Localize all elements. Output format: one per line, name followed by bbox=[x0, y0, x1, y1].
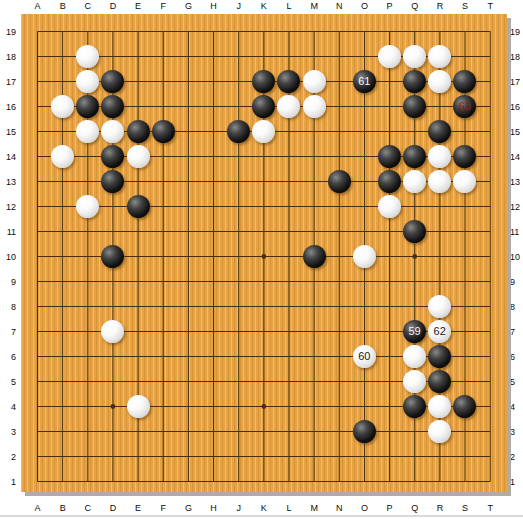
coordinate-label-left-15: 15 bbox=[0, 127, 16, 137]
move-number-label-61: 61 bbox=[353, 70, 376, 93]
stone-black-D17 bbox=[101, 70, 124, 93]
stone-black-Q17 bbox=[403, 70, 426, 93]
coordinate-label-right-14: 14 bbox=[510, 152, 523, 162]
coordinate-label-top-Q: Q bbox=[411, 0, 418, 12]
stone-black-N13 bbox=[328, 170, 351, 193]
stone-white-Q5 bbox=[403, 370, 426, 393]
stone-white-E4 bbox=[127, 395, 150, 418]
coordinate-label-right-12: 12 bbox=[510, 202, 523, 212]
stone-black-J15 bbox=[227, 120, 250, 143]
coordinate-label-top-K: K bbox=[261, 0, 267, 12]
stone-black-Q7: 59 bbox=[403, 320, 426, 343]
coordinate-label-bottom-J: J bbox=[236, 502, 241, 514]
coordinate-label-right-5: 5 bbox=[510, 377, 523, 387]
coordinate-label-bottom-K: K bbox=[261, 502, 267, 514]
move-number-label-59: 59 bbox=[403, 320, 426, 343]
coordinate-label-right-9: 9 bbox=[510, 277, 523, 287]
coordinate-label-bottom-N: N bbox=[336, 502, 343, 514]
coordinate-label-left-6: 6 bbox=[0, 352, 16, 362]
stone-black-D14 bbox=[101, 145, 124, 168]
coordinate-label-bottom-A: A bbox=[34, 502, 40, 514]
move-number-label-63: 63 bbox=[453, 95, 476, 118]
coordinate-label-left-11: 11 bbox=[0, 227, 16, 237]
coordinate-label-bottom-D: D bbox=[110, 502, 117, 514]
stone-white-K15 bbox=[252, 120, 275, 143]
coordinate-label-bottom-L: L bbox=[286, 502, 291, 514]
coordinate-label-left-5: 5 bbox=[0, 377, 16, 387]
coordinate-label-right-15: 15 bbox=[510, 127, 523, 137]
coordinate-label-left-3: 3 bbox=[0, 427, 16, 437]
coordinate-label-left-16: 16 bbox=[0, 102, 16, 112]
coordinate-label-top-D: D bbox=[110, 0, 117, 12]
stone-white-R13 bbox=[428, 170, 451, 193]
coordinate-label-top-M: M bbox=[310, 0, 318, 12]
stone-white-C15 bbox=[76, 120, 99, 143]
coordinate-label-left-1: 1 bbox=[0, 477, 16, 487]
coordinate-label-left-14: 14 bbox=[0, 152, 16, 162]
stone-black-L17 bbox=[277, 70, 300, 93]
coordinate-label-top-S: S bbox=[462, 0, 468, 12]
coordinate-label-left-7: 7 bbox=[0, 327, 16, 337]
stone-black-R15 bbox=[428, 120, 451, 143]
coordinate-label-right-18: 18 bbox=[510, 52, 523, 62]
coordinate-label-top-J: J bbox=[236, 0, 241, 12]
stone-white-L16 bbox=[277, 95, 300, 118]
coordinate-label-left-17: 17 bbox=[0, 77, 16, 87]
stone-white-M17 bbox=[303, 70, 326, 93]
stone-white-B16 bbox=[51, 95, 74, 118]
coordinate-label-bottom-S: S bbox=[462, 502, 468, 514]
coordinate-label-top-T: T bbox=[487, 0, 493, 12]
stone-black-C16 bbox=[76, 95, 99, 118]
coordinate-label-top-C: C bbox=[85, 0, 92, 12]
stone-white-R14 bbox=[428, 145, 451, 168]
stone-black-E15 bbox=[127, 120, 150, 143]
coordinate-label-left-12: 12 bbox=[0, 202, 16, 212]
move-number-label-62: 62 bbox=[428, 320, 451, 343]
coordinate-label-right-2: 2 bbox=[510, 452, 523, 462]
stone-black-R6 bbox=[428, 345, 451, 368]
coordinate-label-right-1: 1 bbox=[510, 477, 523, 487]
coordinate-label-top-O: O bbox=[361, 0, 368, 12]
coordinate-label-top-G: G bbox=[185, 0, 192, 12]
go-board-page: ABCDEFGHJKLMNOPQRST ABCDEFGHJKLMNOPQRST … bbox=[0, 0, 523, 519]
coordinate-label-right-3: 3 bbox=[510, 427, 523, 437]
move-number-label-60: 60 bbox=[353, 345, 376, 368]
stone-black-O3 bbox=[353, 420, 376, 443]
coordinate-label-left-18: 18 bbox=[0, 52, 16, 62]
stone-black-P13 bbox=[378, 170, 401, 193]
stone-black-S16: 63 bbox=[453, 95, 476, 118]
stone-white-S13 bbox=[453, 170, 476, 193]
stone-white-O6: 60 bbox=[353, 345, 376, 368]
stone-white-C12 bbox=[76, 195, 99, 218]
coordinate-label-top-R: R bbox=[437, 0, 444, 12]
stone-black-K16 bbox=[252, 95, 275, 118]
stone-white-E14 bbox=[127, 145, 150, 168]
stone-black-P14 bbox=[378, 145, 401, 168]
coordinate-label-left-2: 2 bbox=[0, 452, 16, 462]
stone-white-C17 bbox=[76, 70, 99, 93]
coordinate-label-left-10: 10 bbox=[0, 252, 16, 262]
goban[interactable]: 6163596260 bbox=[21, 14, 507, 492]
coordinate-label-bottom-F: F bbox=[161, 502, 167, 514]
coordinate-label-top-B: B bbox=[60, 0, 66, 12]
coordinate-label-bottom-G: G bbox=[185, 502, 192, 514]
coordinate-label-bottom-O: O bbox=[361, 502, 368, 514]
coordinate-label-top-P: P bbox=[387, 0, 393, 12]
stone-black-Q4 bbox=[403, 395, 426, 418]
stone-black-E12 bbox=[127, 195, 150, 218]
stone-black-S14 bbox=[453, 145, 476, 168]
coordinate-label-bottom-R: R bbox=[437, 502, 444, 514]
stone-white-B14 bbox=[51, 145, 74, 168]
coordinate-label-bottom-B: B bbox=[60, 502, 66, 514]
coordinate-label-right-13: 13 bbox=[510, 177, 523, 187]
coordinate-label-bottom-C: C bbox=[85, 502, 92, 514]
stone-white-Q6 bbox=[403, 345, 426, 368]
stone-black-Q16 bbox=[403, 95, 426, 118]
stone-white-Q18 bbox=[403, 45, 426, 68]
stone-white-R7: 62 bbox=[428, 320, 451, 343]
stone-white-R8 bbox=[428, 295, 451, 318]
stone-black-O17: 61 bbox=[353, 70, 376, 93]
stone-black-R5 bbox=[428, 370, 451, 393]
coordinate-label-right-11: 11 bbox=[510, 227, 523, 237]
stone-black-D10 bbox=[101, 245, 124, 268]
coordinate-label-right-4: 4 bbox=[510, 402, 523, 412]
stone-white-C18 bbox=[76, 45, 99, 68]
coordinate-label-right-8: 8 bbox=[510, 302, 523, 312]
stone-white-P18 bbox=[378, 45, 401, 68]
coordinate-label-bottom-P: P bbox=[387, 502, 393, 514]
coordinate-label-bottom-T: T bbox=[487, 502, 493, 514]
stone-white-O10 bbox=[353, 245, 376, 268]
coordinate-label-bottom-E: E bbox=[135, 502, 141, 514]
coordinate-label-top-H: H bbox=[210, 0, 217, 12]
coordinate-label-bottom-Q: Q bbox=[411, 502, 418, 514]
coordinate-label-top-E: E bbox=[135, 0, 141, 12]
coordinate-label-right-7: 7 bbox=[510, 327, 523, 337]
stone-white-P12 bbox=[378, 195, 401, 218]
coordinate-label-left-19: 19 bbox=[0, 27, 16, 37]
stone-white-R18 bbox=[428, 45, 451, 68]
stones-layer: 6163596260 bbox=[25, 19, 503, 494]
stone-black-D13 bbox=[101, 170, 124, 193]
coordinate-label-top-F: F bbox=[161, 0, 167, 12]
coordinate-label-left-8: 8 bbox=[0, 302, 16, 312]
stone-white-R3 bbox=[428, 420, 451, 443]
coordinate-label-bottom-M: M bbox=[310, 502, 318, 514]
coordinate-label-top-N: N bbox=[336, 0, 343, 12]
stone-white-R4 bbox=[428, 395, 451, 418]
stone-black-F15 bbox=[152, 120, 175, 143]
stone-black-D16 bbox=[101, 95, 124, 118]
coordinate-label-right-17: 17 bbox=[510, 77, 523, 87]
stone-white-R17 bbox=[428, 70, 451, 93]
coordinate-label-right-6: 6 bbox=[510, 352, 523, 362]
coordinate-label-left-4: 4 bbox=[0, 402, 16, 412]
page-bottom-divider bbox=[0, 515, 523, 517]
coordinate-label-right-16: 16 bbox=[510, 102, 523, 112]
coordinate-label-top-L: L bbox=[286, 0, 291, 12]
coordinate-label-left-9: 9 bbox=[0, 277, 16, 287]
stone-black-S17 bbox=[453, 70, 476, 93]
stone-white-D15 bbox=[101, 120, 124, 143]
coordinate-label-bottom-H: H bbox=[210, 502, 217, 514]
coordinate-label-right-10: 10 bbox=[510, 252, 523, 262]
stone-black-S4 bbox=[453, 395, 476, 418]
stone-white-Q13 bbox=[403, 170, 426, 193]
coordinate-label-right-19: 19 bbox=[510, 27, 523, 37]
stone-black-M10 bbox=[303, 245, 326, 268]
coordinate-label-top-A: A bbox=[34, 0, 40, 12]
stone-black-Q14 bbox=[403, 145, 426, 168]
stone-black-K17 bbox=[252, 70, 275, 93]
stone-white-M16 bbox=[303, 95, 326, 118]
coordinate-label-left-13: 13 bbox=[0, 177, 16, 187]
stone-white-D7 bbox=[101, 320, 124, 343]
stone-black-Q11 bbox=[403, 220, 426, 243]
